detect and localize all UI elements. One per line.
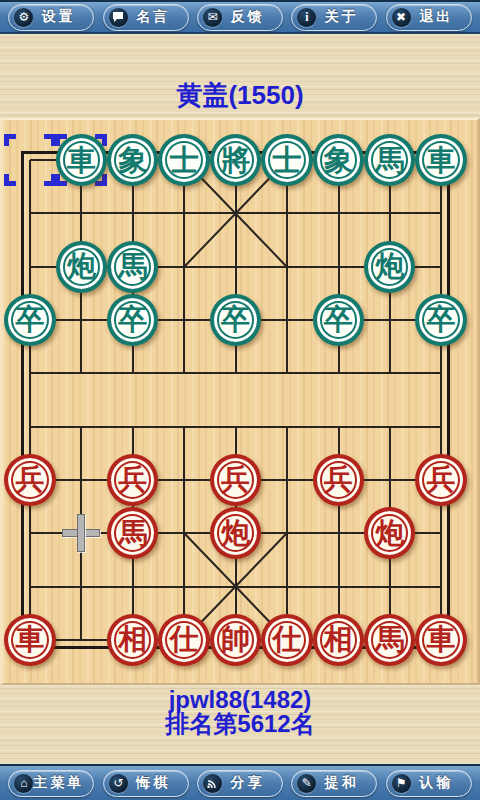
board-point-r1c4[interactable] bbox=[210, 187, 261, 240]
board-point-r4c6[interactable] bbox=[313, 347, 364, 400]
about-button-label: 关于 bbox=[316, 8, 367, 26]
red-piece-兵[interactable]: 兵 bbox=[415, 454, 466, 506]
share-button[interactable]: 分享 bbox=[197, 770, 283, 797]
red-piece-相[interactable]: 相 bbox=[107, 614, 158, 666]
board-point-r9c6[interactable]: 相 bbox=[313, 613, 364, 666]
board-point-r4c1[interactable] bbox=[56, 347, 107, 400]
close-icon: ✖ bbox=[392, 8, 411, 27]
board-point-r6c2[interactable]: 兵 bbox=[107, 453, 158, 506]
feedback-button-label: 反馈 bbox=[222, 8, 273, 26]
speech-bubble-icon bbox=[109, 8, 128, 27]
red-piece-馬[interactable]: 馬 bbox=[107, 507, 158, 559]
move-from-marker bbox=[4, 134, 56, 186]
board-point-r5c0[interactable] bbox=[4, 400, 55, 453]
board-point-r8c8[interactable] bbox=[415, 560, 466, 613]
board-point-r4c4[interactable] bbox=[210, 347, 261, 400]
board-point-r5c3[interactable] bbox=[158, 400, 209, 453]
board-point-r1c3[interactable] bbox=[158, 187, 209, 240]
envelope-icon: ✉ bbox=[203, 8, 222, 27]
board-point-r0c7[interactable]: 馬 bbox=[364, 133, 415, 186]
board-point-r3c7[interactable] bbox=[364, 293, 415, 346]
board-point-r9c5[interactable]: 仕 bbox=[261, 613, 312, 666]
offer-draw-button[interactable]: ✎ 提和 bbox=[291, 770, 377, 797]
black-piece-卒[interactable]: 卒 bbox=[107, 294, 158, 346]
main-menu-button-label: 主菜单 bbox=[33, 774, 84, 792]
board-point-r0c4[interactable]: 將 bbox=[210, 133, 261, 186]
undo-button[interactable]: ↺ 悔棋 bbox=[103, 770, 189, 797]
black-piece-卒[interactable]: 卒 bbox=[415, 294, 466, 346]
board-point-r9c7[interactable]: 馬 bbox=[364, 613, 415, 666]
board-point-r1c8[interactable] bbox=[415, 187, 466, 240]
board-point-r4c2[interactable] bbox=[107, 347, 158, 400]
board-point-r6c3[interactable] bbox=[158, 453, 209, 506]
share-button-label: 分享 bbox=[222, 774, 273, 792]
undo-arrow-icon: ↺ bbox=[109, 774, 128, 793]
board-point-r7c5[interactable] bbox=[261, 506, 312, 559]
board-point-r2c1[interactable]: 炮 bbox=[56, 240, 107, 293]
red-piece-車[interactable]: 車 bbox=[4, 614, 55, 666]
board-point-r8c4[interactable] bbox=[210, 560, 261, 613]
red-piece-帥[interactable]: 帥 bbox=[210, 614, 261, 666]
board-point-r6c8[interactable]: 兵 bbox=[415, 453, 466, 506]
black-piece-炮[interactable]: 炮 bbox=[364, 241, 415, 293]
exit-button[interactable]: ✖ 退出 bbox=[386, 4, 472, 31]
black-piece-卒[interactable]: 卒 bbox=[4, 294, 55, 346]
board-point-r3c6[interactable]: 卒 bbox=[313, 293, 364, 346]
board-point-r9c2[interactable]: 相 bbox=[107, 613, 158, 666]
black-piece-士[interactable]: 士 bbox=[158, 134, 209, 186]
board-point-r6c7[interactable] bbox=[364, 453, 415, 506]
pencil-icon: ✎ bbox=[297, 774, 316, 793]
black-piece-士[interactable]: 士 bbox=[261, 134, 312, 186]
flag-icon: ⚑ bbox=[392, 774, 411, 793]
broadcast-icon bbox=[203, 774, 222, 793]
board-point-r2c0[interactable] bbox=[4, 240, 55, 293]
board-point-r6c4[interactable]: 兵 bbox=[210, 453, 261, 506]
board-point-r4c0[interactable] bbox=[4, 347, 55, 400]
board-point-r7c8[interactable] bbox=[415, 506, 466, 559]
board-point-r7c6[interactable] bbox=[313, 506, 364, 559]
board-point-r9c8[interactable]: 車 bbox=[415, 613, 466, 666]
resign-button-label: 认输 bbox=[411, 774, 462, 792]
board-point-r9c0[interactable]: 車 bbox=[4, 613, 55, 666]
board-point-r3c4[interactable]: 卒 bbox=[210, 293, 261, 346]
board-point-r0c2[interactable]: 象 bbox=[107, 133, 158, 186]
black-piece-將[interactable]: 將 bbox=[210, 134, 261, 186]
board-point-r0c8[interactable]: 車 bbox=[415, 133, 466, 186]
black-piece-馬[interactable]: 馬 bbox=[364, 134, 415, 186]
board-point-r5c1[interactable] bbox=[56, 400, 107, 453]
board-point-r4c8[interactable] bbox=[415, 347, 466, 400]
red-piece-炮[interactable]: 炮 bbox=[364, 507, 415, 559]
board-point-r5c2[interactable] bbox=[107, 400, 158, 453]
board-point-r6c6[interactable]: 兵 bbox=[313, 453, 364, 506]
top-toolbar: ⚙ 设置 名言 ✉ 反馈 i 关于 ✖ 退出 bbox=[0, 0, 480, 34]
red-piece-兵[interactable]: 兵 bbox=[210, 454, 261, 506]
board-point-r3c8[interactable]: 卒 bbox=[415, 293, 466, 346]
board-point-r2c6[interactable] bbox=[313, 240, 364, 293]
main-menu-button[interactable]: ⌂ 主菜单 bbox=[8, 770, 94, 797]
opponent-name: 黄盖(1550) bbox=[0, 78, 480, 113]
board-point-r1c0[interactable] bbox=[4, 187, 55, 240]
red-piece-馬[interactable]: 馬 bbox=[364, 614, 415, 666]
black-piece-車[interactable]: 車 bbox=[415, 134, 466, 186]
board-point-r5c4[interactable] bbox=[210, 400, 261, 453]
board-point-r7c0[interactable] bbox=[4, 506, 55, 559]
board-point-r1c7[interactable] bbox=[364, 187, 415, 240]
board-point-r7c2[interactable]: 馬 bbox=[107, 506, 158, 559]
red-piece-兵[interactable]: 兵 bbox=[4, 454, 55, 506]
board-point-r8c5[interactable] bbox=[261, 560, 312, 613]
board-point-r9c4[interactable]: 帥 bbox=[210, 613, 261, 666]
board-point-r8c1[interactable] bbox=[56, 560, 107, 613]
board-point-r0c1[interactable]: 車 bbox=[56, 133, 107, 186]
red-piece-相[interactable]: 相 bbox=[313, 614, 364, 666]
board-points-layer: 車象士將士象馬車炮馬炮卒卒卒卒卒兵兵兵兵兵馬炮炮車相仕帥仕相馬車 bbox=[0, 118, 480, 685]
board-point-r4c3[interactable] bbox=[158, 347, 209, 400]
black-piece-卒[interactable]: 卒 bbox=[313, 294, 364, 346]
board-point-r3c0[interactable]: 卒 bbox=[4, 293, 55, 346]
board-point-r7c1[interactable] bbox=[56, 506, 107, 559]
board-point-r0c6[interactable]: 象 bbox=[313, 133, 364, 186]
home-icon: ⌂ bbox=[14, 774, 33, 793]
exit-button-label: 退出 bbox=[411, 8, 462, 26]
xiangqi-board[interactable]: 車象士將士象馬車炮馬炮卒卒卒卒卒兵兵兵兵兵馬炮炮車相仕帥仕相馬車 bbox=[0, 118, 480, 685]
board-point-r7c4[interactable]: 炮 bbox=[210, 506, 261, 559]
red-piece-兵[interactable]: 兵 bbox=[313, 454, 364, 506]
red-piece-炮[interactable]: 炮 bbox=[210, 507, 261, 559]
board-point-r2c5[interactable] bbox=[261, 240, 312, 293]
board-point-r1c1[interactable] bbox=[56, 187, 107, 240]
board-point-r2c3[interactable] bbox=[158, 240, 209, 293]
board-point-r1c2[interactable] bbox=[107, 187, 158, 240]
board-point-r6c5[interactable] bbox=[261, 453, 312, 506]
black-piece-象[interactable]: 象 bbox=[107, 134, 158, 186]
board-point-r5c6[interactable] bbox=[313, 400, 364, 453]
board-point-r2c7[interactable]: 炮 bbox=[364, 240, 415, 293]
board-point-r8c7[interactable] bbox=[364, 560, 415, 613]
board-point-r0c0[interactable] bbox=[4, 133, 55, 186]
player-rank: 排名第5612名 bbox=[0, 711, 480, 737]
black-piece-炮[interactable]: 炮 bbox=[56, 241, 107, 293]
red-piece-兵[interactable]: 兵 bbox=[107, 454, 158, 506]
board-point-r5c5[interactable] bbox=[261, 400, 312, 453]
board-point-r9c1[interactable] bbox=[56, 613, 107, 666]
board-point-r2c2[interactable]: 馬 bbox=[107, 240, 158, 293]
feedback-button[interactable]: ✉ 反馈 bbox=[197, 4, 283, 31]
board-point-r3c1[interactable] bbox=[56, 293, 107, 346]
board-point-r8c2[interactable] bbox=[107, 560, 158, 613]
quotes-button-label: 名言 bbox=[128, 8, 179, 26]
red-piece-仕[interactable]: 仕 bbox=[158, 614, 209, 666]
board-point-r4c7[interactable] bbox=[364, 347, 415, 400]
black-piece-馬[interactable]: 馬 bbox=[107, 241, 158, 293]
board-point-r3c2[interactable]: 卒 bbox=[107, 293, 158, 346]
board-point-r7c3[interactable] bbox=[158, 506, 209, 559]
gear-icon: ⚙ bbox=[14, 8, 33, 27]
board-point-r3c5[interactable] bbox=[261, 293, 312, 346]
bottom-toolbar: ⌂ 主菜单 ↺ 悔棋 分享 ✎ 提和 ⚑ 认输 bbox=[0, 764, 480, 800]
quotes-button[interactable]: 名言 bbox=[103, 4, 189, 31]
board-point-r3c3[interactable] bbox=[158, 293, 209, 346]
black-piece-象[interactable]: 象 bbox=[313, 134, 364, 186]
board-point-r0c5[interactable]: 士 bbox=[261, 133, 312, 186]
board-point-r5c7[interactable] bbox=[364, 400, 415, 453]
board-point-r8c0[interactable] bbox=[4, 560, 55, 613]
board-point-r9c3[interactable]: 仕 bbox=[158, 613, 209, 666]
board-point-r4c5[interactable] bbox=[261, 347, 312, 400]
red-piece-仕[interactable]: 仕 bbox=[261, 614, 312, 666]
board-point-r8c6[interactable] bbox=[313, 560, 364, 613]
board-point-r2c4[interactable] bbox=[210, 240, 261, 293]
black-piece-車[interactable]: 車 bbox=[56, 134, 107, 186]
board-point-r8c3[interactable] bbox=[158, 560, 209, 613]
board-point-r6c1[interactable] bbox=[56, 453, 107, 506]
board-point-r1c5[interactable] bbox=[261, 187, 312, 240]
undo-button-label: 悔棋 bbox=[128, 774, 179, 792]
crosshair-cursor bbox=[62, 514, 100, 552]
info-icon: i bbox=[297, 8, 316, 27]
board-point-r1c6[interactable] bbox=[313, 187, 364, 240]
board-point-r5c8[interactable] bbox=[415, 400, 466, 453]
black-piece-卒[interactable]: 卒 bbox=[210, 294, 261, 346]
settings-button[interactable]: ⚙ 设置 bbox=[8, 4, 94, 31]
about-button[interactable]: i 关于 bbox=[291, 4, 377, 31]
resign-button[interactable]: ⚑ 认输 bbox=[386, 770, 472, 797]
board-point-r7c7[interactable]: 炮 bbox=[364, 506, 415, 559]
board-point-r2c8[interactable] bbox=[415, 240, 466, 293]
board-point-r6c0[interactable]: 兵 bbox=[4, 453, 55, 506]
settings-button-label: 设置 bbox=[33, 8, 84, 26]
xiangqi-app-screen: ⚙ 设置 名言 ✉ 反馈 i 关于 ✖ 退出 黄盖(1550) bbox=[0, 0, 480, 800]
offer-draw-button-label: 提和 bbox=[316, 774, 367, 792]
board-point-r0c3[interactable]: 士 bbox=[158, 133, 209, 186]
red-piece-車[interactable]: 車 bbox=[415, 614, 466, 666]
